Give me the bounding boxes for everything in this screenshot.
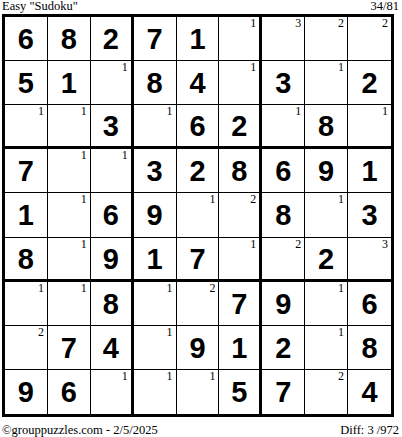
cell-digit: 3 [91,105,131,146]
cell-r2c1[interactable]: 5 [5,61,48,105]
cell-r9c7[interactable]: 7 [262,370,305,414]
cell-r4c8[interactable]: 9 [305,149,348,193]
pencil-mark: 1 [122,370,128,383]
pencil-mark: 2 [338,370,344,383]
cell-r3c6[interactable]: 2 [219,105,262,149]
cell-r5c9[interactable]: 3 [348,193,391,237]
cell-digit: 5 [219,370,259,414]
cell-r7c8[interactable]: 1 [305,282,348,326]
cell-digit: 7 [48,326,90,369]
cell-digit: 8 [262,193,304,236]
cell-digit: 2 [305,238,347,279]
cell-r6c3[interactable]: 9 [91,238,134,282]
cell-r9c3[interactable]: 1 [91,370,134,414]
cell-r3c4[interactable]: 1 [134,105,177,149]
cell-digit: 3 [262,61,304,104]
pencil-mark: 1 [167,105,173,118]
cell-r9c5[interactable]: 1 [177,370,220,414]
pencil-mark: 2 [250,193,256,206]
cell-r8c6[interactable]: 1 [219,326,262,370]
pencil-mark: 2 [295,238,301,251]
cell-r1c6[interactable]: 1 [219,17,262,61]
cell-digit: 1 [348,149,391,192]
cell-r6c6[interactable]: 1 [219,238,262,282]
cell-r8c4[interactable]: 1 [134,326,177,370]
cell-r9c9[interactable]: 4 [348,370,391,414]
cell-digit: 9 [305,149,347,192]
cell-digit: 6 [5,17,47,60]
cell-r8c3[interactable]: 4 [91,326,134,370]
pencil-mark: 1 [338,193,344,206]
pencil-mark: 2 [209,282,215,295]
pencil-mark: 1 [250,61,256,74]
footer: ©grouppuzzles.com - 2/5/2025 Diff: 3 /97… [2,423,399,437]
difficulty-text: Diff: 3 /972 [340,424,399,437]
cell-r4c1[interactable]: 7 [5,149,48,193]
cell-digit: 1 [177,17,219,60]
cell-r7c2[interactable]: 1 [48,282,91,326]
cell-digit: 2 [219,105,259,146]
cell-digit: 8 [5,238,47,279]
cell-r3c5[interactable]: 6 [177,105,220,149]
cell-r7c3[interactable]: 8 [91,282,134,326]
cell-r2c3[interactable]: 1 [91,61,134,105]
puzzle-title: Easy "Sudoku" [2,0,78,13]
cell-digit: 5 [5,61,47,104]
sudoku-grid: 6827113225118413121131621817113286911169… [2,14,394,417]
pencil-mark: 1 [209,370,215,383]
cell-digit: 6 [177,105,219,146]
cell-r3c3[interactable]: 3 [91,105,134,149]
cell-r5c7[interactable]: 8 [262,193,305,237]
cell-r5c2[interactable]: 1 [48,193,91,237]
cell-r4c5[interactable]: 2 [177,149,220,193]
cell-r1c4[interactable]: 7 [134,17,177,61]
cell-r9c6[interactable]: 5 [219,370,262,414]
cell-digit: 7 [219,282,259,325]
cell-r5c6[interactable]: 2 [219,193,262,237]
cell-r9c1[interactable]: 9 [5,370,48,414]
cell-digit: 8 [348,326,391,369]
cell-r4c4[interactable]: 3 [134,149,177,193]
cell-r9c8[interactable]: 2 [305,370,348,414]
cell-digit: 1 [48,61,90,104]
cell-digit: 1 [219,326,259,369]
pencil-mark: 3 [382,238,388,251]
cell-digit: 3 [134,149,176,192]
cell-r8c9[interactable]: 8 [348,326,391,370]
cell-digit: 4 [91,326,131,369]
cell-r1c9[interactable]: 2 [348,17,391,61]
pencil-mark: 1 [295,105,301,118]
cell-r2c6[interactable]: 1 [219,61,262,105]
cell-digit: 8 [91,282,131,325]
pencil-mark: 1 [167,326,173,339]
cell-r7c6[interactable]: 7 [219,282,262,326]
pencil-mark: 3 [295,17,301,30]
cell-r3c7[interactable]: 1 [262,105,305,149]
cell-r3c2[interactable]: 1 [48,105,91,149]
cell-r3c9[interactable]: 1 [348,105,391,149]
cell-digit: 6 [348,282,391,325]
copyright-text: ©grouppuzzles.com - 2/5/2025 [2,424,158,437]
cell-r7c7[interactable]: 9 [262,282,305,326]
pencil-mark: 1 [250,238,256,251]
cell-r4c7[interactable]: 6 [262,149,305,193]
cell-digit: 1 [134,238,176,279]
cell-r3c8[interactable]: 8 [305,105,348,149]
pencil-mark: 1 [122,61,128,74]
pencil-mark: 1 [167,282,173,295]
pencil-mark: 2 [338,17,344,30]
pencil-mark: 1 [209,193,215,206]
pencil-mark: 1 [38,282,44,295]
cell-r8c1[interactable]: 2 [5,326,48,370]
cell-digit: 4 [348,370,391,414]
cell-r2c8[interactable]: 1 [305,61,348,105]
pencil-mark: 1 [338,282,344,295]
cell-r2c9[interactable]: 2 [348,61,391,105]
cell-r1c3[interactable]: 2 [91,17,134,61]
cell-r6c5[interactable]: 7 [177,238,220,282]
cell-r1c5[interactable]: 1 [177,17,220,61]
cell-r7c9[interactable]: 6 [348,282,391,326]
cell-r6c2[interactable]: 1 [48,238,91,282]
cell-digit: 8 [48,17,90,60]
pencil-mark: 2 [38,326,44,339]
cell-r6c7[interactable]: 2 [262,238,305,282]
pencil-mark: 1 [338,326,344,339]
cell-r6c4[interactable]: 1 [134,238,177,282]
cell-r5c8[interactable]: 1 [305,193,348,237]
cell-r1c1[interactable]: 6 [5,17,48,61]
cell-r9c2[interactable]: 6 [48,370,91,414]
cell-digit: 9 [134,193,176,236]
cell-digit: 2 [262,326,304,369]
pencil-mark: 1 [81,105,87,118]
cell-r2c5[interactable]: 4 [177,61,220,105]
cell-digit: 8 [219,149,259,192]
cell-r5c4[interactable]: 9 [134,193,177,237]
cell-r4c6[interactable]: 8 [219,149,262,193]
pencil-mark: 1 [338,61,344,74]
cell-digit: 8 [134,61,176,104]
cell-r5c3[interactable]: 6 [91,193,134,237]
pencil-mark: 2 [382,17,388,30]
pencil-mark: 1 [167,370,173,383]
cell-digit: 6 [262,149,304,192]
cell-digit: 7 [5,149,47,192]
header: Easy "Sudoku" 34/81 [2,0,399,14]
cell-r7c5[interactable]: 2 [177,282,220,326]
cell-r2c4[interactable]: 8 [134,61,177,105]
pencil-mark: 1 [382,105,388,118]
cell-r2c7[interactable]: 3 [262,61,305,105]
pencil-mark: 1 [122,149,128,162]
cell-r3c1[interactable]: 1 [5,105,48,149]
cell-digit: 9 [262,282,304,325]
cell-digit: 7 [134,17,176,60]
cell-r8c7[interactable]: 2 [262,326,305,370]
cell-r5c1[interactable]: 1 [5,193,48,237]
cell-r8c5[interactable]: 9 [177,326,220,370]
cell-r6c9[interactable]: 3 [348,238,391,282]
cell-digit: 2 [348,61,391,104]
cell-digit: 6 [91,193,131,236]
cell-r7c4[interactable]: 1 [134,282,177,326]
cell-digit: 3 [348,193,391,236]
cell-r4c9[interactable]: 1 [348,149,391,193]
pencil-mark: 1 [81,282,87,295]
pencil-mark: 1 [38,105,44,118]
cell-digit: 2 [91,17,131,60]
cell-digit: 8 [305,105,347,146]
cell-r9c4[interactable]: 1 [134,370,177,414]
remaining-counter: 34/81 [371,0,399,13]
cell-r1c8[interactable]: 2 [305,17,348,61]
cell-r1c7[interactable]: 3 [262,17,305,61]
cell-r5c5[interactable]: 1 [177,193,220,237]
cell-digit: 4 [177,61,219,104]
cell-digit: 9 [91,238,131,279]
cell-digit: 9 [177,326,219,369]
pencil-mark: 1 [81,193,87,206]
cell-r2c2[interactable]: 1 [48,61,91,105]
cell-digit: 1 [5,193,47,236]
cell-digit: 7 [177,238,219,279]
cell-r6c1[interactable]: 8 [5,238,48,282]
pencil-mark: 1 [250,17,256,30]
cell-digit: 2 [177,149,219,192]
cell-digit: 6 [48,370,90,414]
pencil-mark: 1 [81,149,87,162]
cell-r4c3[interactable]: 1 [91,149,134,193]
cell-r6c8[interactable]: 2 [305,238,348,282]
cell-r8c8[interactable]: 1 [305,326,348,370]
cell-digit: 7 [262,370,304,414]
cell-digit: 9 [5,370,47,414]
cell-r4c2[interactable]: 1 [48,149,91,193]
pencil-mark: 1 [81,238,87,251]
cell-r1c2[interactable]: 8 [48,17,91,61]
cell-r8c2[interactable]: 7 [48,326,91,370]
sudoku-page: Easy "Sudoku" 34/81 68271132251184131211… [0,0,402,437]
cell-r7c1[interactable]: 1 [5,282,48,326]
